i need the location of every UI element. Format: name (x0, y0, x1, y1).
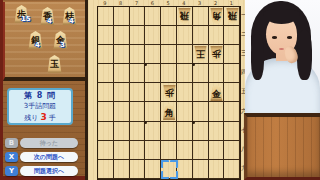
tray-piece-銀: 銀4 (28, 31, 43, 49)
board-cell[interactable] (145, 7, 161, 26)
board-cell[interactable] (98, 102, 114, 121)
board-cell[interactable] (177, 64, 193, 83)
next-problem-button[interactable]: X 次の問題へ (5, 151, 78, 162)
board-cell[interactable] (98, 64, 114, 83)
tray-piece-歩: 歩15 (14, 5, 29, 23)
board-cell[interactable] (130, 45, 146, 64)
piece-count: 4 (47, 17, 52, 25)
board-cell[interactable] (98, 160, 114, 179)
board-cell[interactable] (224, 141, 240, 160)
shogi-piece-王[interactable]: 王 (194, 46, 207, 63)
piece-count: 4 (69, 17, 74, 25)
board-cell[interactable] (161, 26, 177, 45)
board-grid: 飛角飛王歩歩金角 (97, 6, 241, 180)
board-cell[interactable] (161, 122, 177, 141)
board-cell[interactable] (177, 102, 193, 121)
piece-glyph: 王 (194, 48, 207, 60)
board-cell[interactable] (145, 45, 161, 64)
hoshi-dot (192, 63, 195, 66)
board-cell[interactable] (209, 141, 225, 160)
board-cell[interactable] (98, 7, 114, 26)
undo-button-label: 待った (20, 138, 78, 148)
board-cell[interactable] (177, 160, 193, 179)
board-cell[interactable] (161, 45, 177, 64)
board-cell[interactable] (177, 141, 193, 160)
board-cell[interactable] (193, 64, 209, 83)
board-cell[interactable] (130, 83, 146, 102)
board-cell[interactable] (98, 122, 114, 141)
selection-cursor[interactable] (161, 160, 178, 179)
board-cell[interactable] (161, 64, 177, 83)
board-cell[interactable] (145, 26, 161, 45)
shogi-piece-角[interactable]: 角 (163, 104, 176, 121)
shogi-piece-歩[interactable]: 歩 (210, 46, 223, 63)
board-cell[interactable] (130, 160, 146, 179)
board-cell[interactable] (209, 26, 225, 45)
board-cell[interactable] (161, 7, 177, 26)
shogi-piece-飛[interactable]: 飛 (226, 8, 239, 25)
piece-count: 4 (35, 41, 40, 49)
y-key-icon: Y (5, 166, 18, 176)
shogi-board: 987654321 一二三四五六七八九 飛角飛王歩歩金角 (85, 0, 250, 180)
problem-number-line: 第 8 問 (9, 90, 71, 102)
board-cell[interactable] (98, 83, 114, 102)
board-cell[interactable] (193, 141, 209, 160)
board-cell[interactable] (98, 26, 114, 45)
board-cell[interactable] (114, 102, 130, 121)
piece-glyph: 玉 (47, 58, 62, 71)
board-cell[interactable] (177, 83, 193, 102)
board-cell[interactable] (130, 122, 146, 141)
board-cell[interactable] (145, 102, 161, 121)
board-cell[interactable] (193, 7, 209, 26)
problem-info-panel: 第 8 問 3手詰問題 残り3手 (7, 88, 73, 125)
board-cell[interactable] (114, 122, 130, 141)
board-cell[interactable] (130, 7, 146, 26)
board-cell[interactable] (224, 102, 240, 121)
tray-piece-香: 香4 (40, 7, 55, 25)
moves-remaining-count: 3 (38, 112, 48, 122)
board-cell[interactable] (224, 64, 240, 83)
undo-button: B 待った (5, 137, 78, 148)
x-key-icon: X (5, 152, 18, 162)
board-cell[interactable] (130, 141, 146, 160)
b-key-icon: B (5, 138, 18, 148)
board-cell[interactable] (177, 26, 193, 45)
board-cell[interactable] (177, 122, 193, 141)
hoshi-dot (192, 121, 195, 124)
shogi-piece-角[interactable]: 角 (210, 8, 223, 25)
tray-piece-玉: 玉 (47, 55, 62, 73)
board-cell[interactable] (114, 83, 130, 102)
hoshi-dot (144, 63, 147, 66)
piece-count: 15 (21, 15, 31, 23)
problem-select-button[interactable]: Y 問題選択へ (5, 165, 78, 176)
shogi-piece-飛[interactable]: 飛 (178, 8, 191, 25)
piece-glyph: 飛 (226, 10, 239, 22)
presenter-photo (245, 0, 320, 113)
piece-count: 3 (60, 41, 65, 49)
board-cell[interactable] (193, 26, 209, 45)
board-cell[interactable] (224, 160, 240, 179)
board-cell[interactable] (114, 45, 130, 64)
board-cell[interactable] (114, 160, 130, 179)
piece-glyph: 歩 (163, 86, 176, 98)
unused-pieces-tray: 歩15香4桂4銀4金3玉 (3, 2, 90, 81)
piece-glyph: 飛 (178, 10, 191, 22)
board-cell[interactable] (145, 64, 161, 83)
shogi-piece-歩[interactable]: 歩 (163, 85, 176, 102)
board-cell[interactable] (145, 160, 161, 179)
shogi-piece-金[interactable]: 金 (210, 85, 223, 102)
board-cell[interactable] (98, 141, 114, 160)
board-cell[interactable] (114, 64, 130, 83)
board-cell[interactable] (145, 122, 161, 141)
board-cell[interactable] (193, 122, 209, 141)
board-cell[interactable] (145, 83, 161, 102)
board-cell[interactable] (114, 26, 130, 45)
board-cell[interactable] (114, 141, 130, 160)
board-cell[interactable] (98, 45, 114, 64)
board-cell[interactable] (209, 160, 225, 179)
board-cell[interactable] (193, 102, 209, 121)
piece-glyph: 金 (210, 88, 223, 100)
moves-remaining-line: 残り3手 (9, 111, 71, 124)
problem-number: 8 (37, 91, 44, 100)
board-cell[interactable] (209, 64, 225, 83)
board-cell[interactable] (224, 26, 240, 45)
tsume-shogi-screen: 歩15香4桂4銀4金3玉 第 8 問 3手詰問題 残り3手 B 待った X 次の… (0, 0, 320, 180)
board-cell[interactable] (209, 122, 225, 141)
board-cell[interactable] (224, 122, 240, 141)
board-cell[interactable] (130, 102, 146, 121)
board-cell[interactable] (224, 83, 240, 102)
problem-type-label: 3手詰問題 (9, 102, 71, 111)
player-hand-tray (244, 113, 320, 180)
table-edge (0, 176, 87, 180)
board-cell[interactable] (193, 83, 209, 102)
tray-piece-金: 金3 (53, 31, 68, 49)
board-cell[interactable] (130, 26, 146, 45)
board-cell[interactable] (193, 160, 209, 179)
board-cell[interactable] (130, 64, 146, 83)
next-problem-button-label: 次の問題へ (20, 152, 78, 162)
board-cell[interactable] (209, 102, 225, 121)
piece-glyph: 角 (163, 107, 176, 119)
piece-glyph: 歩 (210, 48, 223, 60)
board-cell[interactable] (145, 141, 161, 160)
board-cell[interactable] (161, 141, 177, 160)
board-cell[interactable] (224, 45, 240, 64)
board-cell[interactable] (114, 7, 130, 26)
tray-piece-桂: 桂4 (62, 7, 77, 25)
piece-glyph: 角 (210, 10, 223, 22)
problem-select-button-label: 問題選択へ (20, 166, 78, 176)
hoshi-dot (144, 121, 147, 124)
board-cell[interactable] (177, 45, 193, 64)
